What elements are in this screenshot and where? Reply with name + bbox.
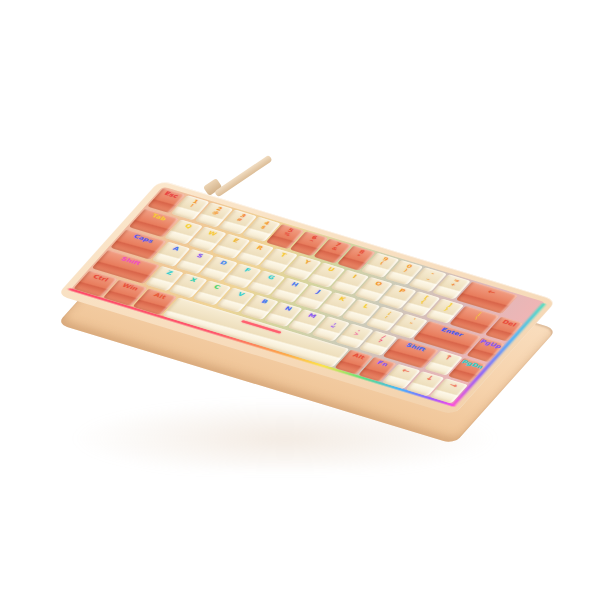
keycap-legend-m: M [299, 310, 325, 322]
keycap-legend-p: P [389, 285, 415, 297]
keycap-legend-n: N [275, 303, 301, 315]
keycap-legend-i: I [342, 271, 368, 283]
keycap-legend-b: B [251, 296, 277, 308]
keycap-legend-s: S [187, 250, 213, 262]
keycap-legend-arrow-down: ↓ [416, 372, 443, 384]
keycap-legend-arrow-left: ← [393, 365, 420, 377]
keycap-legend-e: E [223, 235, 249, 247]
keycap-legend-g: G [258, 272, 284, 284]
keycap-legend-pgup: PgUp [477, 338, 503, 350]
usb-cable [214, 155, 273, 198]
keycap-legend-arrow-right: → [440, 379, 467, 391]
keycap-legend-j: J [305, 286, 331, 298]
keycap-legend-pgdn: PgDn [459, 359, 485, 371]
keycap-legend-a: A [163, 243, 189, 255]
keycap-legend-o: O [365, 278, 391, 290]
keycap-legend-d: D [210, 257, 236, 269]
product-photo-stage: Esc1!2@3#4$5%6^7&8*9(0)-_=+←TabQWERTYUIO… [0, 0, 600, 600]
keycap-legend-t: T [270, 249, 296, 261]
keycap-legend-del: Del [496, 318, 522, 330]
keycap-legend-f: F [234, 264, 260, 276]
keycap-legend-l: L [353, 300, 379, 312]
keycap-legend-ralt: Alt [346, 351, 372, 363]
keycap-legend-k: K [329, 293, 355, 305]
keycap-legend-z: Z [156, 267, 182, 279]
keycap-legend-r: R [247, 242, 273, 254]
keycap-legend-q: Q [175, 220, 201, 232]
keycap-legend-u: U [318, 264, 344, 276]
keycap-legend-h: H [282, 279, 308, 291]
keycap-legend-v: V [228, 289, 254, 301]
keycap-legend-c: C [204, 281, 230, 293]
keycap-legend-x: X [180, 274, 206, 286]
keycap-legend-y: Y [294, 256, 320, 268]
keycap-legend-fn: Fn [369, 358, 395, 370]
keycap-legend-arrow-up: ↑ [435, 352, 462, 364]
keycap-legend-w: W [199, 228, 225, 240]
